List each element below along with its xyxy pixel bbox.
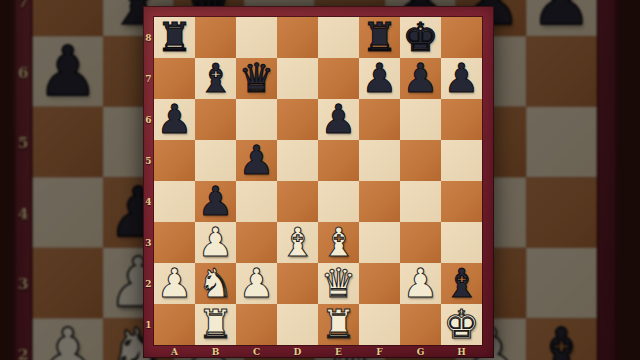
square-a4 [33, 177, 104, 248]
piece-black-rook[interactable]: ♜ [362, 17, 398, 58]
square-d6[interactable] [277, 99, 318, 140]
square-b6[interactable] [195, 99, 236, 140]
piece-black-pawn: ♟ [37, 36, 99, 107]
square-a5 [33, 107, 104, 178]
piece-white-rook[interactable]: ♜ [321, 304, 357, 345]
piece-white-rook[interactable]: ♜ [198, 304, 234, 345]
square-g4[interactable] [400, 181, 441, 222]
square-a3 [33, 248, 104, 319]
square-a7[interactable] [154, 58, 195, 99]
square-f2[interactable] [359, 263, 400, 304]
rank-label-3: 3 [14, 248, 33, 319]
square-h4[interactable] [441, 181, 482, 222]
square-h8[interactable] [441, 17, 482, 58]
square-h6 [526, 36, 597, 107]
square-e6[interactable]: ♟ [318, 99, 359, 140]
piece-black-pawn: ♟ [531, 0, 593, 36]
square-f4[interactable] [359, 181, 400, 222]
square-b2[interactable]: ♞ [195, 263, 236, 304]
square-c4[interactable] [236, 181, 277, 222]
screenshot-canvas: 87654321ABCDEFGH♜♜♚♝♛♟♟♟♟♟♟♟♟♝♝♟♞♟♛♟♝♜♜♚… [0, 0, 640, 360]
square-g3[interactable] [400, 222, 441, 263]
piece-white-bishop[interactable]: ♝ [280, 222, 316, 263]
square-a2[interactable]: ♟ [154, 263, 195, 304]
rank-label-2: 2 [14, 318, 33, 360]
file-label-d: D [277, 345, 318, 358]
square-h2: ♝ [526, 318, 597, 360]
piece-black-pawn[interactable]: ♟ [444, 58, 480, 99]
piece-black-pawn[interactable]: ♟ [403, 58, 439, 99]
rank-label-5: 5 [14, 107, 33, 178]
square-b3[interactable]: ♟ [195, 222, 236, 263]
file-label-g: G [400, 345, 441, 358]
square-c2[interactable]: ♟ [236, 263, 277, 304]
square-h3 [526, 248, 597, 319]
square-f7[interactable]: ♟ [359, 58, 400, 99]
square-g5[interactable] [400, 140, 441, 181]
rank-label-5: 5 [143, 140, 154, 181]
square-b4[interactable]: ♟ [195, 181, 236, 222]
rank-label-2: 2 [143, 263, 154, 304]
square-b1[interactable]: ♜ [195, 304, 236, 345]
piece-white-knight[interactable]: ♞ [198, 263, 234, 304]
rank-label-7: 7 [143, 58, 154, 99]
piece-black-pawn[interactable]: ♟ [321, 99, 357, 140]
square-f1[interactable] [359, 304, 400, 345]
square-a1[interactable] [154, 304, 195, 345]
square-e8[interactable] [318, 17, 359, 58]
square-h2[interactable]: ♝ [441, 263, 482, 304]
square-b5[interactable] [195, 140, 236, 181]
square-a2: ♟ [33, 318, 104, 360]
square-f3[interactable] [359, 222, 400, 263]
square-h5[interactable] [441, 140, 482, 181]
square-d3[interactable]: ♝ [277, 222, 318, 263]
rank-label-4: 4 [14, 177, 33, 248]
square-g8[interactable]: ♚ [400, 17, 441, 58]
square-h7: ♟ [526, 0, 597, 36]
square-c1[interactable] [236, 304, 277, 345]
square-a7 [33, 0, 104, 36]
piece-white-bishop[interactable]: ♝ [321, 222, 357, 263]
rank-label-6: 6 [143, 99, 154, 140]
square-c7[interactable]: ♛ [236, 58, 277, 99]
square-c6[interactable] [236, 99, 277, 140]
square-e5[interactable] [318, 140, 359, 181]
piece-white-pawn[interactable]: ♟ [403, 263, 439, 304]
square-a6[interactable]: ♟ [154, 99, 195, 140]
chess-board-widget: 87654321ABCDEFGH♜♜♚♝♛♟♟♟♟♟♟♟♟♝♝♟♞♟♛♟♝♜♜♚ [143, 6, 494, 358]
piece-white-pawn[interactable]: ♟ [157, 263, 193, 304]
file-label-f: F [359, 345, 400, 358]
square-h6[interactable] [441, 99, 482, 140]
rank-label-7: 7 [14, 0, 33, 36]
piece-white-queen[interactable]: ♛ [321, 263, 357, 304]
piece-black-bishop[interactable]: ♝ [444, 263, 480, 304]
square-d2[interactable] [277, 263, 318, 304]
file-label-c: C [236, 345, 277, 358]
square-g7[interactable]: ♟ [400, 58, 441, 99]
piece-white-pawn: ♟ [37, 318, 99, 360]
rank-label-8: 8 [143, 17, 154, 58]
file-label-a: A [154, 345, 195, 358]
piece-black-queen[interactable]: ♛ [239, 58, 275, 99]
square-b7[interactable]: ♝ [195, 58, 236, 99]
piece-black-rook[interactable]: ♜ [157, 17, 193, 58]
rank-labels: 87654321 [14, 0, 33, 360]
rank-labels: 87654321 [143, 17, 154, 345]
square-e7[interactable] [318, 58, 359, 99]
rank-label-1: 1 [143, 304, 154, 345]
square-c5[interactable]: ♟ [236, 140, 277, 181]
piece-black-pawn[interactable]: ♟ [239, 140, 275, 181]
square-g1[interactable] [400, 304, 441, 345]
square-d1[interactable] [277, 304, 318, 345]
board-grid: ♜♜♚♝♛♟♟♟♟♟♟♟♟♝♝♟♞♟♛♟♝♜♜♚ [154, 17, 482, 345]
square-d8[interactable] [277, 17, 318, 58]
square-a5[interactable] [154, 140, 195, 181]
square-e2[interactable]: ♛ [318, 263, 359, 304]
square-g6[interactable] [400, 99, 441, 140]
rank-label-6: 6 [14, 36, 33, 107]
piece-black-bishop[interactable]: ♝ [198, 58, 234, 99]
square-a6: ♟ [33, 36, 104, 107]
piece-black-pawn[interactable]: ♟ [362, 58, 398, 99]
square-d4[interactable] [277, 181, 318, 222]
piece-white-pawn[interactable]: ♟ [198, 222, 234, 263]
piece-black-bishop: ♝ [531, 318, 593, 360]
square-h4 [526, 177, 597, 248]
square-f6[interactable] [359, 99, 400, 140]
square-e3[interactable]: ♝ [318, 222, 359, 263]
piece-black-pawn[interactable]: ♟ [157, 99, 193, 140]
square-e1[interactable]: ♜ [318, 304, 359, 345]
square-h5 [526, 107, 597, 178]
piece-white-king[interactable]: ♚ [444, 304, 480, 345]
square-a4[interactable] [154, 181, 195, 222]
square-g2[interactable]: ♟ [400, 263, 441, 304]
square-f5[interactable] [359, 140, 400, 181]
square-a3[interactable] [154, 222, 195, 263]
rank-label-3: 3 [143, 222, 154, 263]
square-h1[interactable]: ♚ [441, 304, 482, 345]
piece-black-pawn[interactable]: ♟ [198, 181, 234, 222]
square-e4[interactable] [318, 181, 359, 222]
square-d7[interactable] [277, 58, 318, 99]
square-d5[interactable] [277, 140, 318, 181]
square-f8[interactable]: ♜ [359, 17, 400, 58]
square-h3[interactable] [441, 222, 482, 263]
square-c3[interactable] [236, 222, 277, 263]
square-h7[interactable]: ♟ [441, 58, 482, 99]
square-b8[interactable] [195, 17, 236, 58]
rank-label-4: 4 [143, 181, 154, 222]
square-c8[interactable] [236, 17, 277, 58]
piece-white-pawn[interactable]: ♟ [239, 263, 275, 304]
square-a8[interactable]: ♜ [154, 17, 195, 58]
piece-black-king[interactable]: ♚ [403, 17, 439, 58]
